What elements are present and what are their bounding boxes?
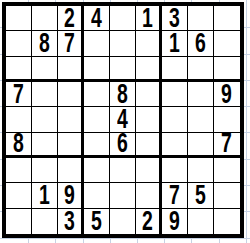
cell-empty[interactable] [110,158,136,183]
cell-empty[interactable] [58,107,84,132]
cell-given: 1 [162,31,188,56]
digit: 9 [222,82,233,107]
cell-empty[interactable] [32,158,58,183]
cell-empty[interactable] [32,57,58,82]
digit: 4 [117,107,128,132]
digit: 3 [169,6,180,31]
cell-empty[interactable] [188,209,214,234]
digit: 9 [169,209,180,234]
cell-empty[interactable] [32,133,58,158]
cell-empty[interactable] [6,183,32,208]
cell-empty[interactable] [32,6,58,31]
cell-empty[interactable] [136,31,162,56]
cell-given: 7 [214,133,240,158]
cell-given: 1 [32,183,58,208]
cell-empty[interactable] [110,57,136,82]
cell-empty[interactable] [188,133,214,158]
cell-empty[interactable] [84,57,110,82]
cell-empty[interactable] [214,183,240,208]
cell-given: 1 [136,6,162,31]
cell-empty[interactable] [188,158,214,183]
digit: 7 [64,31,75,56]
digit: 1 [169,31,180,56]
cell-empty[interactable] [84,133,110,158]
cell-given: 7 [162,183,188,208]
digit: 2 [64,6,75,31]
cell-given: 8 [110,82,136,107]
cell-empty[interactable] [136,82,162,107]
cell-given: 2 [58,6,84,31]
cell-empty[interactable] [84,31,110,56]
cell-empty[interactable] [214,107,240,132]
cell-empty[interactable] [188,6,214,31]
cell-given: 5 [84,209,110,234]
digit: 7 [222,133,233,158]
cell-empty[interactable] [58,82,84,107]
cell-empty[interactable] [162,158,188,183]
cell-given: 7 [6,82,32,107]
cell-empty[interactable] [6,6,32,31]
digit: 3 [64,209,75,234]
cell-empty[interactable] [162,107,188,132]
cell-given: 4 [84,6,110,31]
cell-empty[interactable] [188,82,214,107]
cell-empty[interactable] [214,6,240,31]
cell-empty[interactable] [84,158,110,183]
cell-empty[interactable] [136,133,162,158]
sudoku-board: 24138716789486719753529 [2,2,244,238]
cell-empty[interactable] [84,107,110,132]
cell-given: 2 [136,209,162,234]
digit: 6 [195,31,206,56]
cell-empty[interactable] [110,31,136,56]
digit: 8 [117,82,128,107]
cell-empty[interactable] [214,209,240,234]
cell-given: 7 [58,31,84,56]
cell-empty[interactable] [110,209,136,234]
cell-empty[interactable] [136,158,162,183]
cell-given: 3 [162,6,188,31]
cell-empty[interactable] [58,57,84,82]
cell-empty[interactable] [6,209,32,234]
cell-empty[interactable] [84,183,110,208]
cell-empty[interactable] [188,57,214,82]
cell-empty[interactable] [136,107,162,132]
cell-empty[interactable] [136,57,162,82]
cell-empty[interactable] [32,82,58,107]
cell-empty[interactable] [188,107,214,132]
cell-empty[interactable] [6,107,32,132]
cell-empty[interactable] [32,209,58,234]
cell-empty[interactable] [162,57,188,82]
cell-empty[interactable] [162,82,188,107]
cell-empty[interactable] [214,57,240,82]
cell-empty[interactable] [214,158,240,183]
digit: 5 [195,183,206,208]
cell-given: 3 [58,209,84,234]
digit: 7 [13,82,24,107]
digit: 4 [91,6,102,31]
digit: 1 [39,183,50,208]
cell-empty[interactable] [58,158,84,183]
cell-empty[interactable] [6,158,32,183]
digit: 2 [142,209,153,234]
cell-given: 9 [58,183,84,208]
cell-empty[interactable] [32,107,58,132]
cell-given: 9 [162,209,188,234]
cell-given: 6 [188,31,214,56]
cell-given: 4 [110,107,136,132]
cell-given: 6 [110,133,136,158]
digit: 9 [64,183,75,208]
cell-empty[interactable] [110,6,136,31]
cell-given: 8 [6,133,32,158]
cell-empty[interactable] [136,183,162,208]
cell-empty[interactable] [110,183,136,208]
cell-given: 8 [32,31,58,56]
cell-empty[interactable] [214,31,240,56]
cell-given: 5 [188,183,214,208]
digit: 6 [117,133,128,158]
digit: 8 [13,133,24,158]
cell-empty[interactable] [84,82,110,107]
digit: 5 [91,209,102,234]
page: 24138716789486719753529 [0,0,250,243]
digit: 8 [39,31,50,56]
digit: 1 [142,6,153,31]
cell-given: 9 [214,82,240,107]
cell-empty[interactable] [6,57,32,82]
cell-empty[interactable] [6,31,32,56]
digit: 7 [169,183,180,208]
cell-empty[interactable] [58,133,84,158]
cell-empty[interactable] [162,133,188,158]
